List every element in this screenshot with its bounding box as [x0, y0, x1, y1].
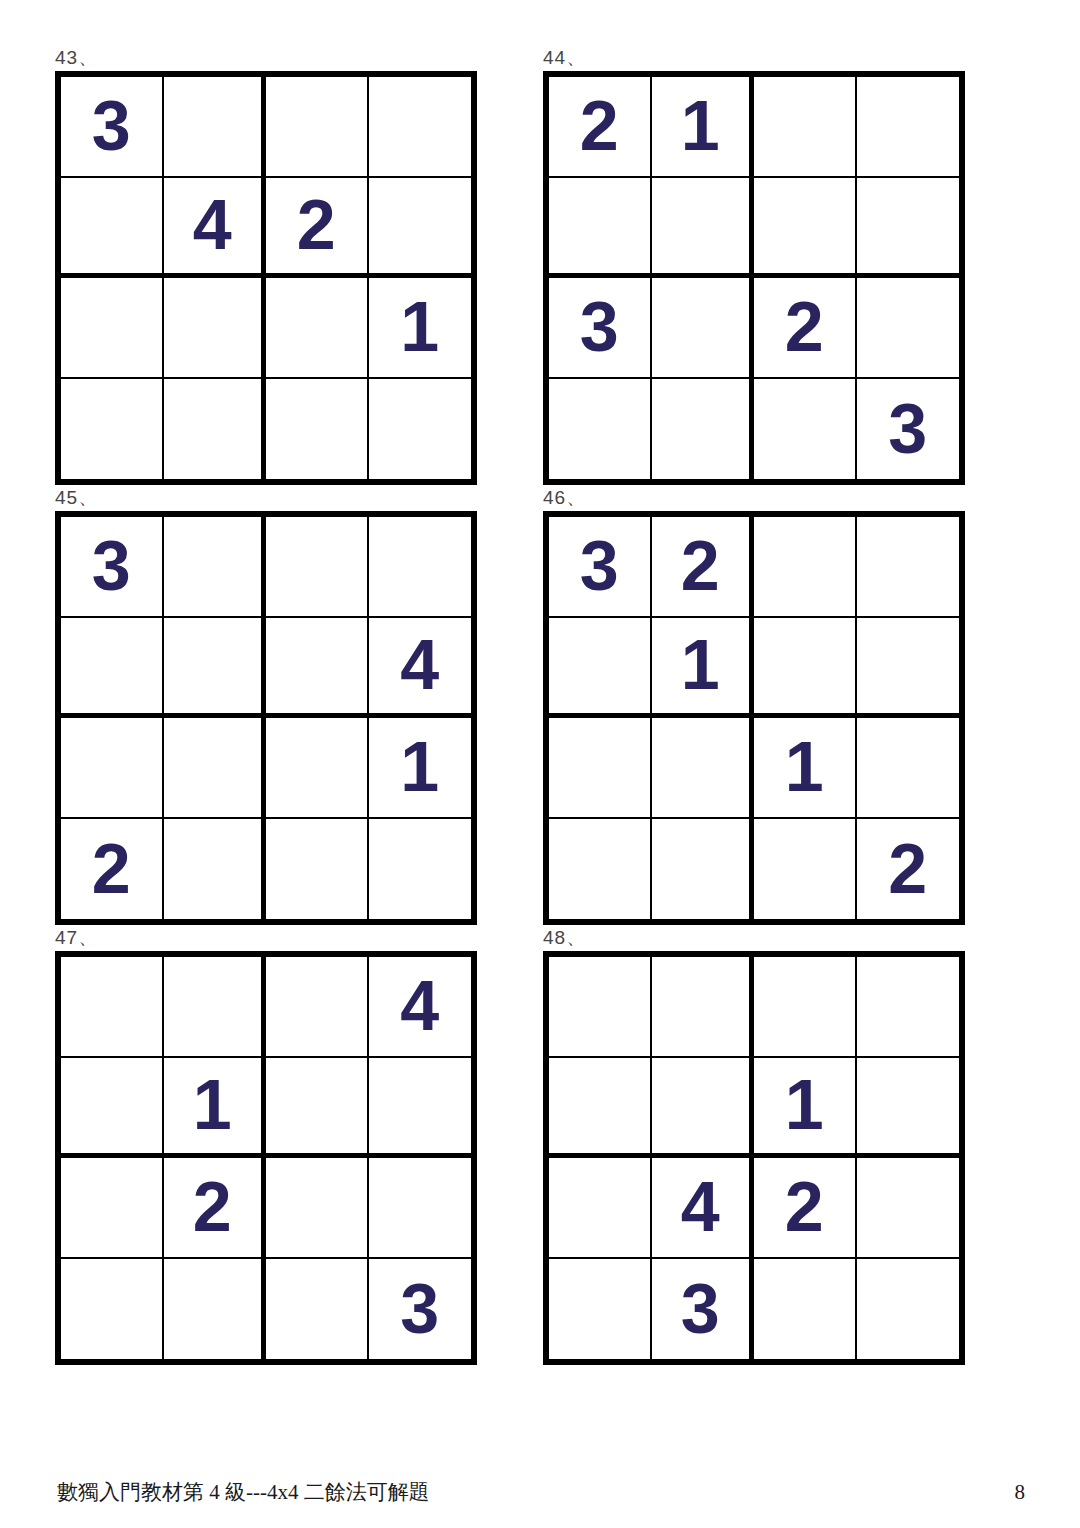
cell-r1c1: 3	[61, 517, 164, 618]
cell-r4c2	[164, 819, 267, 920]
cell-r2c2: 4	[164, 178, 267, 279]
cell-r3c1	[549, 1158, 652, 1259]
cell-r4c3	[754, 379, 857, 480]
cell-r4c1: 2	[61, 819, 164, 920]
cell-r4c1	[549, 819, 652, 920]
cell-r4c4: 2	[857, 819, 960, 920]
cell-r1c4	[369, 77, 472, 178]
puzzle-label: 47、	[55, 927, 477, 951]
cell-r1c1	[61, 957, 164, 1058]
cell-r4c1	[549, 1259, 652, 1360]
cell-r1c1: 3	[61, 77, 164, 178]
cell-r3c3: 2	[754, 1158, 857, 1259]
cell-r4c2	[164, 379, 267, 480]
cell-r3c2	[652, 278, 755, 379]
puzzle-44: 44、21323	[543, 47, 965, 485]
puzzle-48: 48、1423	[543, 927, 965, 1365]
cell-r2c1	[549, 1058, 652, 1159]
cell-r3c3	[266, 1158, 369, 1259]
cell-r3c1	[61, 278, 164, 379]
cell-r3c2	[164, 718, 267, 819]
cell-r4c3	[754, 819, 857, 920]
cell-r1c2: 2	[652, 517, 755, 618]
cell-r1c4	[857, 517, 960, 618]
cell-r1c2	[164, 957, 267, 1058]
cell-r1c2	[652, 957, 755, 1058]
cell-r3c2	[652, 718, 755, 819]
cell-r3c3: 2	[754, 278, 857, 379]
cell-r3c2: 4	[652, 1158, 755, 1259]
puzzle-47: 47、4123	[55, 927, 477, 1365]
cell-r2c3	[754, 178, 857, 279]
sudoku-board-44: 21323	[543, 71, 965, 485]
cell-r2c2: 1	[164, 1058, 267, 1159]
cell-r2c2: 1	[652, 618, 755, 719]
cell-r1c3	[754, 957, 857, 1058]
cell-r2c3	[266, 618, 369, 719]
cell-r3c4	[857, 278, 960, 379]
cell-r1c4: 4	[369, 957, 472, 1058]
sudoku-board-46: 32112	[543, 511, 965, 925]
cell-r3c1: 3	[549, 278, 652, 379]
puzzle-45: 45、3412	[55, 487, 477, 925]
cell-r1c4	[369, 517, 472, 618]
cell-r1c3	[266, 77, 369, 178]
cell-r2c1	[549, 618, 652, 719]
cell-r1c3	[754, 77, 857, 178]
cell-r4c2: 3	[652, 1259, 755, 1360]
page-number: 8	[1015, 1480, 1026, 1505]
cell-r1c3	[266, 517, 369, 618]
footer-title: 數獨入門教材第 4 級---4x4 二餘法可解題	[57, 1478, 430, 1506]
cell-r4c4	[857, 1259, 960, 1360]
cell-r2c1	[61, 1058, 164, 1159]
sudoku-board-48: 1423	[543, 951, 965, 1365]
cell-r2c4	[369, 1058, 472, 1159]
cell-r2c1	[61, 618, 164, 719]
puzzle-43: 43、3421	[55, 47, 477, 485]
cell-r2c1	[549, 178, 652, 279]
cell-r2c4	[857, 178, 960, 279]
cell-r4c4	[369, 379, 472, 480]
cell-r4c2	[652, 379, 755, 480]
cell-r2c1	[61, 178, 164, 279]
cell-r2c3	[754, 618, 857, 719]
cell-r3c4	[857, 1158, 960, 1259]
cell-r1c2	[164, 517, 267, 618]
cell-r2c4	[369, 178, 472, 279]
cell-r3c3: 1	[754, 718, 857, 819]
cell-r4c4	[369, 819, 472, 920]
cell-r4c1	[61, 1259, 164, 1360]
cell-r3c1	[61, 1158, 164, 1259]
cell-r2c2	[164, 618, 267, 719]
cell-r1c1	[549, 957, 652, 1058]
cell-r1c1: 2	[549, 77, 652, 178]
cell-r4c3	[266, 1259, 369, 1360]
cell-r1c2	[164, 77, 267, 178]
worksheet-page: 43、342144、2132345、341246、3211247、412348、…	[0, 0, 1080, 1528]
cell-r4c2	[164, 1259, 267, 1360]
cell-r4c1	[549, 379, 652, 480]
cell-r1c2: 1	[652, 77, 755, 178]
cell-r1c1: 3	[549, 517, 652, 618]
cell-r2c2	[652, 178, 755, 279]
cell-r4c1	[61, 379, 164, 480]
puzzle-label: 46、	[543, 487, 965, 511]
cell-r1c3	[754, 517, 857, 618]
cell-r2c3	[266, 1058, 369, 1159]
cell-r4c3	[266, 819, 369, 920]
sudoku-board-43: 3421	[55, 71, 477, 485]
cell-r4c3	[266, 379, 369, 480]
puzzle-label: 48、	[543, 927, 965, 951]
cell-r3c4: 1	[369, 718, 472, 819]
puzzle-label: 43、	[55, 47, 477, 71]
puzzle-area: 43、342144、2132345、341246、3211247、412348、…	[55, 47, 965, 1365]
cell-r2c4: 4	[369, 618, 472, 719]
cell-r3c1	[61, 718, 164, 819]
cell-r3c4: 1	[369, 278, 472, 379]
cell-r3c4	[857, 718, 960, 819]
cell-r1c3	[266, 957, 369, 1058]
cell-r3c2	[164, 278, 267, 379]
cell-r4c4: 3	[369, 1259, 472, 1360]
cell-r4c3	[754, 1259, 857, 1360]
cell-r2c3: 2	[266, 178, 369, 279]
cell-r3c1	[549, 718, 652, 819]
cell-r1c4	[857, 77, 960, 178]
cell-r4c2	[652, 819, 755, 920]
cell-r4c4: 3	[857, 379, 960, 480]
sudoku-board-47: 4123	[55, 951, 477, 1365]
cell-r3c3	[266, 718, 369, 819]
puzzle-label: 44、	[543, 47, 965, 71]
cell-r2c4	[857, 1058, 960, 1159]
cell-r2c3: 1	[754, 1058, 857, 1159]
cell-r1c4	[857, 957, 960, 1058]
sudoku-board-45: 3412	[55, 511, 477, 925]
page-footer: 數獨入門教材第 4 級---4x4 二餘法可解題 8	[57, 1478, 1025, 1506]
puzzle-46: 46、32112	[543, 487, 965, 925]
cell-r3c4	[369, 1158, 472, 1259]
cell-r3c3	[266, 278, 369, 379]
cell-r3c2: 2	[164, 1158, 267, 1259]
puzzle-label: 45、	[55, 487, 477, 511]
cell-r2c2	[652, 1058, 755, 1159]
cell-r2c4	[857, 618, 960, 719]
